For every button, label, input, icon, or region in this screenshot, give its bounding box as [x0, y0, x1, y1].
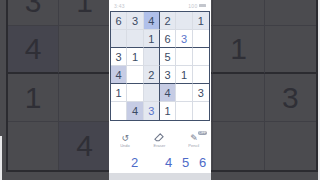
numpad-key-2[interactable]: 2 [126, 154, 143, 171]
sudoku-cell[interactable]: 1 [193, 12, 209, 30]
sudoku-cell[interactable]: 1 [176, 66, 192, 84]
bg-cell: 4 [8, 26, 59, 74]
bg-edge-left [0, 136, 2, 180]
numpad-key-3 [143, 154, 160, 171]
sudoku-cell[interactable]: 4 [127, 102, 143, 120]
eraser-button[interactable]: Eraser [152, 133, 167, 149]
sudoku-cell[interactable]: 3 [160, 66, 176, 84]
sudoku-cell[interactable]: 4 [144, 12, 160, 30]
sudoku-cell[interactable]: 1 [127, 48, 143, 66]
bg-cell [8, 122, 59, 170]
notes-toggle-badge: OFF [198, 131, 207, 135]
sudoku-cell[interactable] [144, 48, 160, 66]
sudoku-cell[interactable]: 1 [160, 102, 176, 120]
sudoku-cell[interactable]: 4 [160, 84, 176, 102]
bg-cell [213, 122, 264, 170]
bg-cell [265, 0, 316, 26]
pencil-button[interactable]: ✎ OFF Pencil [187, 133, 201, 149]
bg-cell: 1 [213, 26, 264, 74]
pencil-icon: ✎ [190, 133, 198, 143]
bg-cell [265, 26, 316, 74]
sudoku-cell[interactable]: 3 [193, 84, 209, 102]
sudoku-cell[interactable] [176, 48, 192, 66]
sudoku-cell[interactable]: 3 [176, 30, 192, 48]
bg-cell: 1 [8, 74, 59, 122]
bg-cell [59, 26, 110, 74]
sudoku-cell[interactable] [127, 66, 143, 84]
sudoku-cell[interactable] [176, 84, 192, 102]
sudoku-cell[interactable] [193, 102, 209, 120]
sudoku-cell[interactable]: 1 [111, 84, 127, 102]
numpad-key-1 [109, 154, 126, 171]
sudoku-cell[interactable]: 6 [111, 12, 127, 30]
bg-cell: 3 [8, 0, 59, 26]
sudoku-cell[interactable]: 2 [144, 66, 160, 84]
bg-cell: 3 [265, 74, 316, 122]
sudoku-cell[interactable] [111, 102, 127, 120]
toolbar: ↺ Undo Eraser ✎ OFF Pencil [109, 133, 211, 155]
undo-label: Undo [120, 143, 130, 148]
bg-cell: 1 [59, 0, 110, 26]
sudoku-board: 634211633154231143431 [110, 11, 210, 121]
numpad-key-4[interactable]: 4 [160, 154, 177, 171]
sudoku-cell[interactable] [193, 66, 209, 84]
sudoku-cell[interactable]: 6 [160, 30, 176, 48]
sudoku-cell[interactable]: 3 [144, 102, 160, 120]
sudoku-cell[interactable] [127, 30, 143, 48]
sudoku-cell[interactable]: 1 [144, 30, 160, 48]
screenshot-root: 634211633154231143431 3:43 100 634211633… [0, 0, 320, 180]
undo-icon: ↺ [121, 133, 129, 143]
bg-cell [59, 74, 110, 122]
sudoku-cell[interactable] [144, 84, 160, 102]
eraser-label: Eraser [153, 143, 165, 148]
battery-icon [199, 4, 206, 8]
bg-cell [213, 74, 264, 122]
sudoku-cell[interactable] [176, 102, 192, 120]
bg-cell [265, 122, 316, 170]
sudoku-cell[interactable]: 3 [111, 48, 127, 66]
sudoku-cell[interactable] [111, 30, 127, 48]
numpad: 2456 [109, 154, 211, 171]
pencil-label: Pencil [188, 143, 199, 148]
bg-cell: 4 [59, 122, 110, 170]
sudoku-cell[interactable]: 5 [160, 48, 176, 66]
sudoku-cell[interactable]: 4 [111, 66, 127, 84]
eraser-icon [154, 133, 164, 143]
sudoku-cell[interactable]: 2 [160, 12, 176, 30]
bottom-strip [109, 173, 211, 180]
phone-screenshot: 3:43 100 634211633154231143431 ↺ Undo Er… [109, 0, 211, 180]
sudoku-cell[interactable] [193, 30, 209, 48]
sudoku-cell[interactable]: 3 [127, 12, 143, 30]
undo-button[interactable]: ↺ Undo [119, 133, 131, 149]
numpad-key-5[interactable]: 5 [177, 154, 194, 171]
status-time: 3:43 [114, 3, 125, 9]
bg-cell [213, 0, 264, 26]
sudoku-cell[interactable] [127, 84, 143, 102]
numpad-key-6[interactable]: 6 [194, 154, 211, 171]
status-right: 100 [188, 3, 206, 9]
battery-percent: 100 [188, 3, 197, 9]
sudoku-cell[interactable] [193, 48, 209, 66]
sudoku-cell[interactable] [176, 12, 192, 30]
status-bar: 3:43 100 [109, 0, 211, 11]
